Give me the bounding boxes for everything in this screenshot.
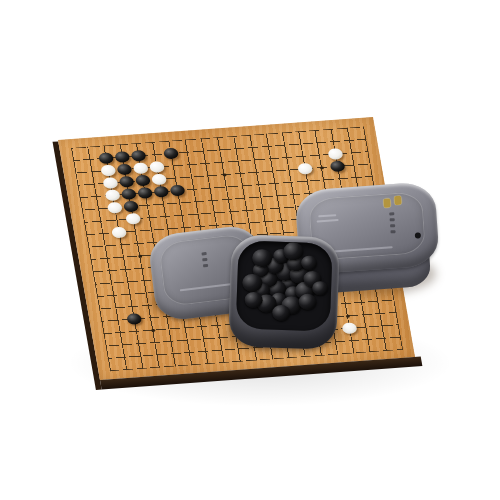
white-stone xyxy=(148,161,164,173)
black-stone xyxy=(97,152,113,164)
star-point xyxy=(345,314,349,317)
white-stone xyxy=(100,164,116,176)
gold-kanji-mark xyxy=(383,198,391,207)
black-stone xyxy=(130,150,146,162)
black-stone-in-bowl xyxy=(300,256,316,271)
white-stone xyxy=(150,173,166,185)
white-stone xyxy=(297,162,313,174)
white-stone xyxy=(104,189,120,201)
open-stone-bowl xyxy=(228,234,340,350)
black-stone-in-bowl xyxy=(242,274,263,293)
embossed-text-column xyxy=(390,230,395,233)
white-stone xyxy=(110,226,126,238)
black-stone xyxy=(153,185,169,197)
star-point xyxy=(222,173,226,176)
gold-kanji-mark xyxy=(394,196,402,205)
black-stone xyxy=(122,200,138,212)
black-stone xyxy=(134,174,150,186)
white-stone xyxy=(106,201,122,213)
white-stone xyxy=(341,322,357,334)
embossed-text-column xyxy=(202,258,207,262)
black-stone-in-bowl xyxy=(272,305,291,322)
black-stone xyxy=(329,160,345,172)
black-stone xyxy=(162,147,178,159)
star-point xyxy=(319,166,323,169)
black-stone xyxy=(114,151,130,163)
star-point xyxy=(150,329,154,332)
star-point xyxy=(138,254,142,257)
white-stone xyxy=(125,213,141,225)
black-stone xyxy=(169,184,185,196)
embossed-text-column xyxy=(390,224,395,227)
black-stone xyxy=(136,187,152,199)
black-stone xyxy=(120,188,136,200)
black-stone-in-bowl xyxy=(298,293,317,310)
black-stone xyxy=(126,313,142,325)
embossed-text-column xyxy=(203,264,208,268)
white-stone xyxy=(327,148,343,160)
open-bowl-interior xyxy=(236,240,333,331)
black-stone xyxy=(116,163,132,175)
white-stone xyxy=(102,177,118,189)
embossed-text-column xyxy=(390,218,395,221)
embossed-text-column xyxy=(201,252,206,256)
white-stone xyxy=(132,162,148,174)
black-stone xyxy=(118,175,134,187)
black-stone-in-bowl xyxy=(312,281,328,296)
embossed-text-column xyxy=(389,212,394,215)
go-board-scene xyxy=(0,0,500,500)
